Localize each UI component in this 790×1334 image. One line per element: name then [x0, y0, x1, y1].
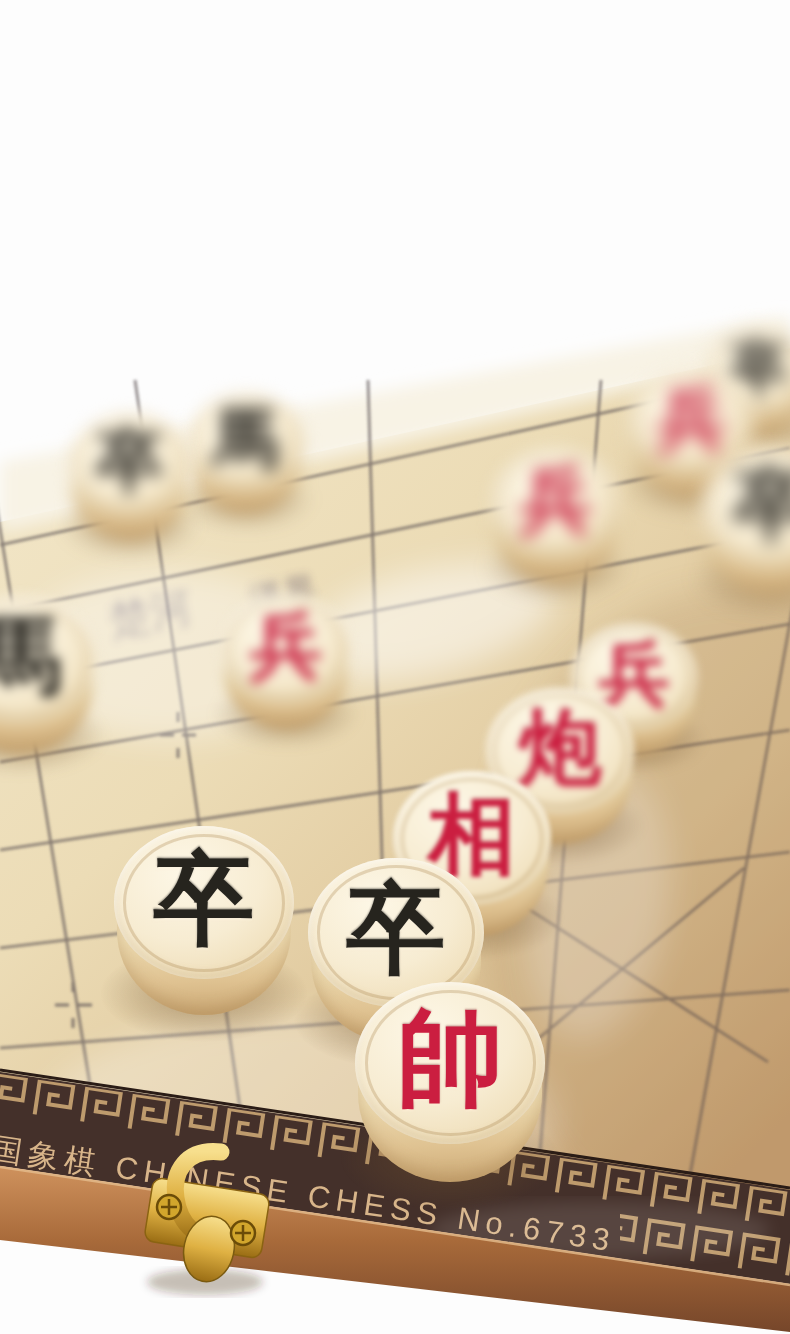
xiangqi-board: 楚河 漢界 中国象棋 CHINESE CHESS No.6733	[0, 0, 790, 1334]
product-photo-stage: 楚河 漢界 中国象棋 CHINESE CHESS No.6733	[0, 0, 790, 1334]
